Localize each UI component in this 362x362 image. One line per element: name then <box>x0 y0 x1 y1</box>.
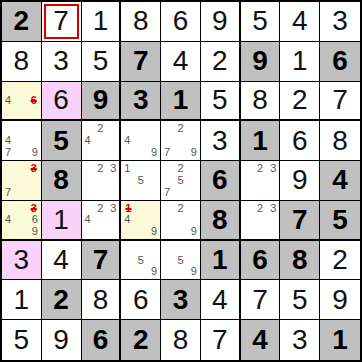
cell-r6c1[interactable]: 3469 <box>2 201 42 241</box>
cell-r9c6[interactable]: 7 <box>201 320 241 360</box>
pencil-slot-5 <box>135 135 147 147</box>
pencil-slot-8 <box>254 226 266 238</box>
cell-r4c9[interactable]: 8 <box>320 121 360 161</box>
cell-r8c4[interactable]: 6 <box>121 280 161 320</box>
pencil-slot-1 <box>3 122 15 134</box>
pencil-slot-9 <box>266 187 278 199</box>
cell-r7c1[interactable]: 3 <box>2 241 42 281</box>
cell-r4c3[interactable]: 24 <box>82 121 122 161</box>
cell-r1c8[interactable]: 4 <box>280 2 320 42</box>
pencil-slot-7 <box>242 226 254 238</box>
pencil-slot-2 <box>135 202 147 214</box>
filled-digit: 9 <box>53 326 69 354</box>
cell-r9c4[interactable]: 2 <box>121 320 161 360</box>
cell-r2c8[interactable]: 1 <box>280 42 320 82</box>
cell-r4c2[interactable]: 5 <box>42 121 82 161</box>
filled-digit: 1 <box>53 206 69 234</box>
candidate-2: 2 <box>257 163 263 174</box>
filled-digit: 3 <box>212 127 228 155</box>
filled-digit: 5 <box>252 7 268 35</box>
pencil-slot-3 <box>187 202 199 214</box>
pencil-slot-5: 5 <box>135 174 147 186</box>
cell-r3c8[interactable]: 2 <box>280 82 320 122</box>
filled-digit: 4 <box>212 286 228 314</box>
pencil-slot-8 <box>94 147 106 159</box>
candidate-4: 4 <box>5 214 11 225</box>
pencil-slot-7: 7 <box>162 147 174 159</box>
pencil-slot-6 <box>187 135 199 147</box>
pencil-marks: 234 <box>83 202 119 238</box>
pencil-slot-6: 6 <box>28 94 40 106</box>
cell-r5c6[interactable]: 6 <box>201 161 241 201</box>
pencil-slot-8 <box>15 147 27 159</box>
filled-digit: 9 <box>212 7 228 35</box>
candidate-5: 5 <box>138 175 144 186</box>
pencil-slot-6 <box>187 254 199 266</box>
candidate-2: 2 <box>177 163 183 174</box>
cell-r9c5[interactable]: 8 <box>161 320 201 360</box>
candidate-9: 9 <box>32 147 38 158</box>
filled-digit: 1 <box>93 7 109 35</box>
cell-r2c2[interactable]: 3 <box>42 42 82 82</box>
pencil-slot-2 <box>135 122 147 134</box>
given-digit: 9 <box>93 86 109 114</box>
filled-digit: 5 <box>292 286 308 314</box>
pencil-slot-5 <box>174 214 186 226</box>
given-digit: 6 <box>252 246 268 274</box>
cell-r3c4[interactable]: 3 <box>121 82 161 122</box>
pencil-slot-4 <box>3 174 15 186</box>
pencil-slot-3 <box>147 122 159 134</box>
pencil-slot-7: 7 <box>162 187 174 199</box>
cell-r7c4[interactable]: 59 <box>121 241 161 281</box>
candidate-9: 9 <box>191 147 197 158</box>
pencil-slot-2 <box>174 242 186 254</box>
filled-digit: 8 <box>252 86 268 114</box>
candidate-2: 2 <box>97 163 103 174</box>
pencil-slot-1 <box>83 162 95 174</box>
candidate-2: 2 <box>177 123 183 134</box>
cell-r4c7[interactable]: 1 <box>241 121 281 161</box>
pencil-slot-1 <box>242 202 254 214</box>
pencil-slot-3 <box>28 83 40 95</box>
pencil-slot-7 <box>122 187 134 199</box>
candidate-9: 9 <box>151 226 157 237</box>
given-digit: 7 <box>93 246 109 274</box>
pencil-slot-7 <box>122 147 134 159</box>
cell-r6c8[interactable]: 7 <box>280 201 320 241</box>
candidate-9: 9 <box>191 266 197 277</box>
pencil-slot-7 <box>3 106 15 118</box>
pencil-slot-3 <box>187 162 199 174</box>
cell-r4c8[interactable]: 6 <box>280 121 320 161</box>
cell-r9c1[interactable]: 5 <box>2 320 42 360</box>
pencil-slot-8 <box>15 106 27 118</box>
cell-r7c5[interactable]: 59 <box>161 241 201 281</box>
filled-digit: 3 <box>292 326 308 354</box>
pencil-slot-1 <box>83 202 95 214</box>
cell-r8c3[interactable]: 8 <box>82 280 122 320</box>
pencil-slot-1 <box>162 242 174 254</box>
cell-r2c4[interactable]: 7 <box>121 42 161 82</box>
pencil-slot-4 <box>122 254 134 266</box>
pencil-slot-4: 4 <box>83 214 95 226</box>
pencil-marks: 59 <box>162 242 199 279</box>
pencil-slot-1 <box>242 162 254 174</box>
pencil-slot-5 <box>15 94 27 106</box>
candidate-9: 9 <box>151 147 157 158</box>
pencil-slot-6 <box>187 214 199 226</box>
cell-r3c9[interactable]: 7 <box>320 82 360 122</box>
pencil-slot-3 <box>147 162 159 174</box>
pencil-slot-4: 4 <box>83 135 95 147</box>
cell-r4c6[interactable]: 3 <box>201 121 241 161</box>
pencil-slot-3: 3 <box>106 162 118 174</box>
cell-r1c5[interactable]: 6 <box>161 2 201 42</box>
given-digit: 8 <box>53 166 69 194</box>
given-digit: 1 <box>252 127 268 155</box>
cell-r5c9[interactable]: 4 <box>320 161 360 201</box>
pencil-slot-6 <box>147 174 159 186</box>
cell-r5c4[interactable]: 15 <box>121 161 161 201</box>
pencil-slot-5 <box>15 214 27 226</box>
given-digit: 5 <box>53 127 69 155</box>
cell-r6c6[interactable]: 8 <box>201 201 241 241</box>
filled-digit: 8 <box>173 326 189 354</box>
filled-digit: 7 <box>252 286 268 314</box>
pencil-slot-6 <box>28 174 40 186</box>
candidate-3: 3 <box>270 203 276 214</box>
pencil-slot-9 <box>106 226 118 238</box>
pencil-slot-3: 3 <box>266 202 278 214</box>
given-digit: 8 <box>292 246 308 274</box>
pencil-slot-8 <box>15 187 27 199</box>
given-digit: 5 <box>332 206 348 234</box>
pencil-slot-1 <box>3 83 15 95</box>
candidate-9: 9 <box>151 266 157 277</box>
pencil-marks: 279 <box>162 122 199 159</box>
pencil-slot-1 <box>3 162 15 174</box>
cell-r7c7[interactable]: 6 <box>241 241 281 281</box>
pencil-slot-7 <box>242 187 254 199</box>
pencil-slot-9 <box>106 187 118 199</box>
pencil-slot-7: 7 <box>3 187 15 199</box>
pencil-marks: 23 <box>242 162 279 199</box>
pencil-slot-3: 3 <box>28 162 40 174</box>
pencil-slot-8 <box>94 187 106 199</box>
pencil-slot-6 <box>147 254 159 266</box>
pencil-slot-8 <box>174 266 186 278</box>
cell-r4c5[interactable]: 279 <box>161 121 201 161</box>
pencil-slot-8 <box>174 187 186 199</box>
pencil-slot-7: 7 <box>3 147 15 159</box>
cell-r2c1[interactable]: 8 <box>2 42 42 82</box>
pencil-marks: 23 <box>83 162 119 199</box>
pencil-slot-5 <box>94 174 106 186</box>
pencil-slot-3 <box>106 122 118 134</box>
given-digit: 4 <box>252 326 268 354</box>
pencil-slot-4 <box>162 214 174 226</box>
pencil-slot-8 <box>135 226 147 238</box>
pencil-slot-7 <box>3 226 15 238</box>
pencil-slot-8 <box>135 147 147 159</box>
cell-r8c1[interactable]: 1 <box>2 280 42 320</box>
candidate-4: 4 <box>85 135 91 146</box>
pencil-slot-1 <box>162 202 174 214</box>
pencil-slot-6 <box>147 135 159 147</box>
cell-r8c6[interactable]: 4 <box>201 280 241 320</box>
pencil-marks: 3469 <box>3 202 40 238</box>
given-digit: 8 <box>212 206 228 234</box>
filled-digit: 6 <box>53 86 69 114</box>
pencil-slot-2 <box>135 242 147 254</box>
cell-r7c6[interactable]: 1 <box>201 241 241 281</box>
filled-digit: 7 <box>212 326 228 354</box>
pencil-slot-2 <box>15 83 27 95</box>
pencil-slot-7 <box>122 226 134 238</box>
pencil-slot-5: 5 <box>135 254 147 266</box>
pencil-slot-2 <box>135 162 147 174</box>
pencil-marks: 37 <box>3 162 40 199</box>
given-digit: 6 <box>93 326 109 354</box>
cell-r5c1[interactable]: 37 <box>2 161 42 201</box>
cell-r8c9[interactable]: 9 <box>320 280 360 320</box>
given-digit: 1 <box>173 86 189 114</box>
cell-r9c9[interactable]: 1 <box>320 320 360 360</box>
cell-r7c9[interactable]: 2 <box>320 241 360 281</box>
cell-r6c3[interactable]: 234 <box>82 201 122 241</box>
given-digit: 7 <box>292 206 308 234</box>
candidate-7: 7 <box>164 187 170 198</box>
given-digit: 1 <box>212 246 228 274</box>
cell-r1c7[interactable]: 5 <box>241 2 281 42</box>
pencil-slot-4 <box>242 214 254 226</box>
pencil-slot-6 <box>106 214 118 226</box>
given-digit: 4 <box>332 166 348 194</box>
pencil-marks: 29 <box>162 202 199 238</box>
pencil-slot-8 <box>15 226 27 238</box>
pencil-slot-2: 2 <box>94 162 106 174</box>
cell-r5c7[interactable]: 23 <box>241 161 281 201</box>
candidate-2: 2 <box>177 203 183 214</box>
pencil-slot-7 <box>162 266 174 278</box>
given-digit: 6 <box>212 166 228 194</box>
pencil-slot-4: 4 <box>122 135 134 147</box>
cell-r9c2[interactable]: 9 <box>42 320 82 360</box>
filled-digit: 8 <box>93 286 109 314</box>
pencil-slot-9: 9 <box>28 147 40 159</box>
filled-digit: 1 <box>292 47 308 75</box>
cell-r6c4[interactable]: 149 <box>121 201 161 241</box>
cell-r5c5[interactable]: 257 <box>161 161 201 201</box>
pencil-slot-7 <box>83 187 95 199</box>
pencil-slot-4 <box>242 174 254 186</box>
pencil-slot-9: 9 <box>187 266 199 278</box>
cell-r1c4[interactable]: 8 <box>121 2 161 42</box>
pencil-slot-1 <box>122 242 134 254</box>
filled-digit: 8 <box>14 47 30 75</box>
pencil-slot-3 <box>28 122 40 134</box>
cell-r6c2[interactable]: 1 <box>42 201 82 241</box>
pencil-slot-4: 4 <box>3 135 15 147</box>
pencil-slot-2: 2 <box>94 202 106 214</box>
given-digit: 2 <box>53 286 69 314</box>
pencil-slot-4 <box>83 174 95 186</box>
cell-r1c2[interactable]: 7 <box>42 2 82 42</box>
pencil-marks: 59 <box>122 242 159 279</box>
pencil-slot-9 <box>106 147 118 159</box>
pencil-slot-3 <box>147 242 159 254</box>
pencil-slot-2: 2 <box>254 162 266 174</box>
pencil-slot-9: 9 <box>147 147 159 159</box>
pencil-slot-1 <box>122 122 134 134</box>
cell-r1c9[interactable]: 3 <box>320 2 360 42</box>
cell-r5c3[interactable]: 23 <box>82 161 122 201</box>
cell-r1c6[interactable]: 9 <box>201 2 241 42</box>
pencil-slot-8 <box>254 187 266 199</box>
candidate-4: 4 <box>85 214 91 225</box>
cell-r2c9[interactable]: 6 <box>320 42 360 82</box>
pencil-marks: 15 <box>122 162 159 199</box>
cell-r3c5[interactable]: 1 <box>161 82 201 122</box>
pencil-slot-5 <box>254 214 266 226</box>
candidate-1: 1 <box>124 163 130 174</box>
pencil-slot-9: 9 <box>147 266 159 278</box>
given-digit: 7 <box>133 47 149 75</box>
pencil-slot-2: 2 <box>254 202 266 214</box>
filled-digit: 1 <box>14 286 30 314</box>
cell-r7c8[interactable]: 8 <box>280 241 320 281</box>
pencil-slot-2: 2 <box>174 162 186 174</box>
pencil-slot-6 <box>266 214 278 226</box>
filled-digit: 5 <box>212 86 228 114</box>
pencil-slot-4: 4 <box>3 214 15 226</box>
given-digit: 6 <box>332 47 348 75</box>
cell-r3c1[interactable]: 46 <box>2 82 42 122</box>
filled-digit: 9 <box>292 166 308 194</box>
pencil-slot-8 <box>135 187 147 199</box>
pencil-slot-3: 3 <box>266 162 278 174</box>
pencil-slot-9 <box>28 106 40 118</box>
pencil-slot-8 <box>174 226 186 238</box>
candidate-2: 2 <box>257 203 263 214</box>
filled-digit: 9 <box>332 286 348 314</box>
candidate-7: 7 <box>5 187 11 198</box>
pencil-slot-4 <box>162 135 174 147</box>
filled-digit: 6 <box>133 286 149 314</box>
candidate-4: 4 <box>5 135 11 146</box>
filled-digit: 2 <box>332 246 348 274</box>
candidate-9: 9 <box>191 226 197 237</box>
filled-digit: 3 <box>332 7 348 35</box>
cell-r7c3[interactable]: 7 <box>82 241 122 281</box>
cell-r3c7[interactable]: 8 <box>241 82 281 122</box>
cell-r5c2[interactable]: 8 <box>42 161 82 201</box>
pencil-slot-6 <box>106 135 118 147</box>
pencil-marks: 479 <box>3 122 40 159</box>
pencil-slot-9: 9 <box>187 226 199 238</box>
candidate-4: 4 <box>5 95 11 106</box>
pencil-slot-8 <box>94 226 106 238</box>
pencil-slot-6 <box>106 174 118 186</box>
pencil-slot-5 <box>94 135 106 147</box>
pencil-marks: 24 <box>83 122 119 159</box>
cell-r3c2[interactable]: 6 <box>42 82 82 122</box>
pencil-slot-1: 1 <box>122 202 134 214</box>
cell-r3c6[interactable]: 5 <box>201 82 241 122</box>
cell-r2c3[interactable]: 5 <box>82 42 122 82</box>
pencil-slot-6 <box>187 174 199 186</box>
cell-r8c2[interactable]: 2 <box>42 280 82 320</box>
pencil-slot-5 <box>15 135 27 147</box>
cell-r5c8[interactable]: 9 <box>280 161 320 201</box>
cell-r1c3[interactable]: 1 <box>82 2 122 42</box>
given-digit: 2 <box>133 326 149 354</box>
filled-digit: 7 <box>332 86 348 114</box>
pencil-marks: 46 <box>3 83 40 119</box>
pencil-slot-4 <box>162 174 174 186</box>
cell-r9c7[interactable]: 4 <box>241 320 281 360</box>
cell-r6c9[interactable]: 5 <box>320 201 360 241</box>
given-digit: 3 <box>173 286 189 314</box>
given-digit: 1 <box>332 326 348 354</box>
pencil-slot-2: 2 <box>174 202 186 214</box>
cell-r7c2[interactable]: 4 <box>42 241 82 281</box>
filled-digit: 4 <box>173 47 189 75</box>
pencil-slot-5: 5 <box>174 174 186 186</box>
candidate-5: 5 <box>138 255 144 266</box>
cell-r2c6[interactable]: 2 <box>201 42 241 82</box>
cell-r8c5[interactable]: 3 <box>161 280 201 320</box>
filled-digit: 2 <box>292 86 308 114</box>
pencil-slot-5 <box>254 174 266 186</box>
pencil-slot-5 <box>94 214 106 226</box>
cell-r2c7[interactable]: 9 <box>241 42 281 82</box>
candidate-4: 4 <box>124 214 130 225</box>
cell-r6c5[interactable]: 29 <box>161 201 201 241</box>
filled-digit: 6 <box>292 127 308 155</box>
cell-r6c7[interactable]: 23 <box>241 201 281 241</box>
given-digit: 2 <box>14 7 30 35</box>
pencil-slot-3 <box>147 202 159 214</box>
pencil-slot-2: 2 <box>94 122 106 134</box>
cell-r2c5[interactable]: 4 <box>161 42 201 82</box>
pencil-slot-6 <box>28 135 40 147</box>
cell-r3c3[interactable]: 9 <box>82 82 122 122</box>
pencil-slot-4 <box>122 174 134 186</box>
candidate-2: 2 <box>97 123 103 134</box>
pencil-marks: 149 <box>122 202 159 238</box>
cell-r4c1[interactable]: 479 <box>2 121 42 161</box>
cell-r1c1[interactable]: 2 <box>2 2 42 42</box>
filled-digit: 5 <box>14 326 30 354</box>
filled-digit: 4 <box>53 246 69 274</box>
candidate-5: 5 <box>177 255 183 266</box>
pencil-slot-2: 2 <box>174 122 186 134</box>
cell-r4c4[interactable]: 49 <box>121 121 161 161</box>
pencil-slot-7 <box>83 147 95 159</box>
filled-digit: 3 <box>14 246 30 274</box>
cell-r9c3[interactable]: 6 <box>82 320 122 360</box>
filled-digit: 5 <box>93 47 109 75</box>
given-digit: 9 <box>252 47 268 75</box>
eliminated-candidate-6: 6 <box>30 95 38 106</box>
cell-r9c8[interactable]: 3 <box>280 320 320 360</box>
pencil-slot-3: 3 <box>28 202 40 214</box>
cell-r8c8[interactable]: 5 <box>280 280 320 320</box>
pencil-slot-9 <box>187 187 199 199</box>
cell-r8c7[interactable]: 7 <box>241 280 281 320</box>
